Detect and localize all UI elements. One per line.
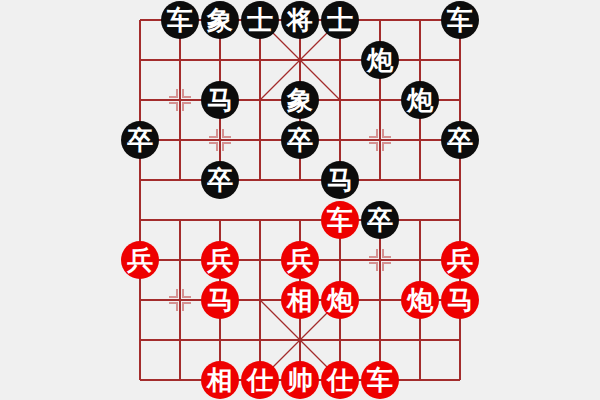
piece-red-horse[interactable]: 马: [441, 281, 479, 319]
piece-black-soldier[interactable]: 卒: [201, 161, 239, 199]
piece-red-horse[interactable]: 马: [201, 281, 239, 319]
piece-black-elephant[interactable]: 象: [281, 81, 319, 119]
piece-red-soldier[interactable]: 兵: [441, 241, 479, 279]
piece-red-soldier[interactable]: 兵: [281, 241, 319, 279]
piece-black-soldier[interactable]: 卒: [441, 121, 479, 159]
app-background: 车象士将士车炮马象炮卒卒卒卒马车卒兵兵兵兵马相炮炮马相仕帅仕车: [0, 0, 600, 400]
piece-black-horse[interactable]: 马: [201, 81, 239, 119]
piece-black-horse[interactable]: 马: [321, 161, 359, 199]
piece-red-chariot[interactable]: 车: [321, 201, 359, 239]
piece-black-chariot[interactable]: 车: [161, 1, 199, 39]
piece-black-soldier[interactable]: 卒: [281, 121, 319, 159]
piece-black-cannon[interactable]: 炮: [401, 81, 439, 119]
piece-black-chariot[interactable]: 车: [441, 1, 479, 39]
piece-red-chariot[interactable]: 车: [361, 361, 399, 399]
piece-red-advisor[interactable]: 仕: [321, 361, 359, 399]
piece-red-elephant[interactable]: 相: [281, 281, 319, 319]
piece-black-soldier[interactable]: 卒: [361, 201, 399, 239]
piece-red-soldier[interactable]: 兵: [201, 241, 239, 279]
piece-black-elephant[interactable]: 象: [201, 1, 239, 39]
board-grid: [0, 0, 600, 400]
xiangqi-board: 车象士将士车炮马象炮卒卒卒卒马车卒兵兵兵兵马相炮炮马相仕帅仕车: [0, 0, 600, 400]
piece-black-general[interactable]: 将: [281, 1, 319, 39]
piece-red-advisor[interactable]: 仕: [241, 361, 279, 399]
piece-red-general[interactable]: 帅: [281, 361, 319, 399]
piece-black-advisor[interactable]: 士: [241, 1, 279, 39]
piece-red-elephant[interactable]: 相: [201, 361, 239, 399]
piece-red-cannon[interactable]: 炮: [321, 281, 359, 319]
piece-red-soldier[interactable]: 兵: [121, 241, 159, 279]
piece-black-cannon[interactable]: 炮: [361, 41, 399, 79]
piece-red-cannon[interactable]: 炮: [401, 281, 439, 319]
piece-black-advisor[interactable]: 士: [321, 1, 359, 39]
piece-black-soldier[interactable]: 卒: [121, 121, 159, 159]
